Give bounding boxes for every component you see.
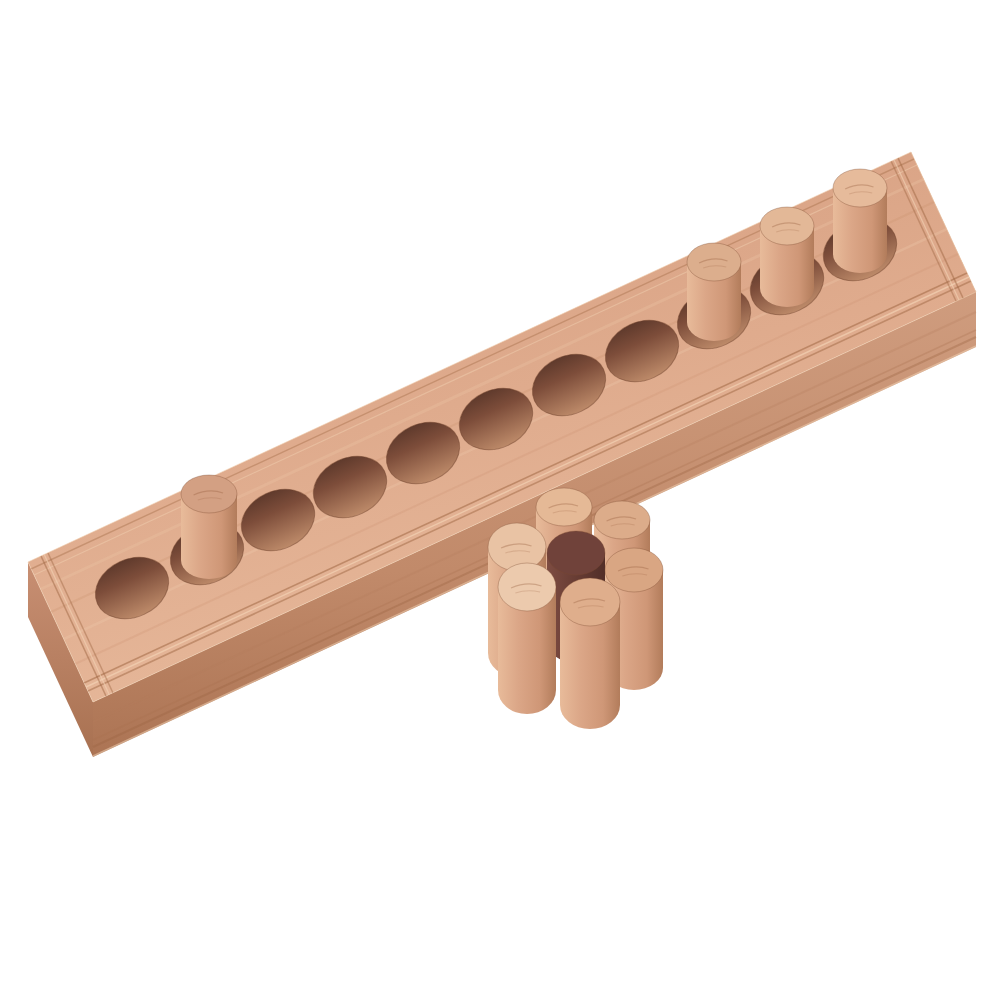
peg-slot-10[interactable] — [760, 207, 814, 307]
peg-slot-9[interactable] — [687, 243, 741, 341]
loose-peg-front-left[interactable] — [498, 563, 556, 714]
loose-peg-front-center[interactable] — [560, 578, 620, 729]
product-photo-stage — [0, 0, 1001, 1001]
peg-board-scene — [0, 0, 1001, 1001]
peg-slot-2[interactable] — [181, 475, 237, 579]
peg-slot-11[interactable] — [833, 169, 887, 273]
